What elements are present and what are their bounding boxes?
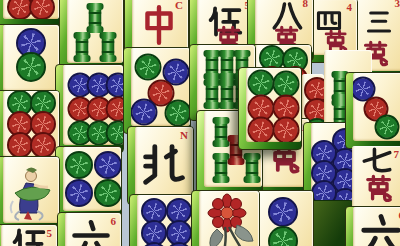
tile-face bbox=[257, 191, 313, 246]
mahjong-board: 56CN5176843 bbox=[0, 0, 400, 246]
glyph-中 bbox=[138, 4, 180, 46]
bamboo-stick-icon bbox=[221, 80, 234, 108]
circle-blue-icon bbox=[65, 179, 93, 207]
corner-label: 3 bbox=[395, 0, 400, 9]
tile-wan-6[interactable]: 6 bbox=[57, 212, 122, 246]
tile-circles-5[interactable] bbox=[123, 47, 191, 134]
circle-blue-icon bbox=[268, 197, 298, 227]
tile-wan-5[interactable]: 5 bbox=[0, 224, 58, 246]
circle-green-icon bbox=[16, 52, 46, 82]
tile-circles-8-cut-bottom[interactable] bbox=[129, 194, 194, 246]
circle-green-icon bbox=[135, 53, 162, 80]
glyph-萬 bbox=[363, 174, 395, 206]
glyph-北 bbox=[141, 142, 187, 188]
circle-blue-icon bbox=[94, 151, 121, 179]
circle-red-icon bbox=[29, 0, 55, 19]
tile-face bbox=[199, 191, 259, 246]
tile-wan-6[interactable]: 6 bbox=[345, 206, 400, 246]
tile-face bbox=[63, 65, 123, 145]
corner-label: 6 bbox=[111, 216, 117, 227]
bamboo-stick-icon bbox=[206, 80, 219, 108]
tile-bamboo-3[interactable] bbox=[59, 0, 124, 71]
corner-label: 7 bbox=[394, 149, 400, 160]
bamboo-stick-icon bbox=[215, 154, 228, 182]
corner-label: 8 bbox=[303, 0, 309, 9]
tile-face bbox=[63, 147, 121, 211]
tile-circles-6-raised[interactable] bbox=[238, 67, 302, 150]
tile-face bbox=[3, 0, 59, 19]
circle-blue-icon bbox=[131, 98, 157, 125]
glyph-六 bbox=[69, 219, 113, 246]
glyph-伍 bbox=[11, 225, 47, 246]
circle-green-icon bbox=[268, 226, 298, 246]
tile-face bbox=[3, 25, 59, 91]
corner-label: N bbox=[180, 130, 188, 141]
tile-face bbox=[3, 91, 59, 157]
bamboo-stick-icon bbox=[206, 51, 219, 79]
corner-label: C bbox=[175, 0, 183, 11]
bamboo-stick-icon bbox=[101, 33, 114, 61]
glyph-三 bbox=[364, 7, 394, 37]
tile-wan-7[interactable]: 7 bbox=[352, 146, 400, 212]
tile-circles-9[interactable] bbox=[55, 64, 124, 153]
tile-face bbox=[353, 73, 400, 141]
tile-face: 5 bbox=[1, 225, 57, 246]
bamboo-stick-icon bbox=[89, 4, 102, 32]
bamboo-stick-icon bbox=[221, 51, 234, 79]
bamboo-stick-icon bbox=[76, 33, 89, 61]
corner-label: 4 bbox=[347, 2, 353, 13]
tile-circles-3[interactable] bbox=[345, 72, 400, 149]
circle-red-icon bbox=[273, 117, 300, 142]
tile-face: 6 bbox=[353, 207, 400, 246]
tile-face bbox=[67, 0, 123, 63]
tile-circles-2[interactable] bbox=[0, 24, 60, 99]
circle-green-icon bbox=[106, 121, 123, 146]
tile-face: N bbox=[135, 127, 193, 197]
tile-flower-lady[interactable] bbox=[0, 156, 60, 231]
tile-circles-6-cut-top[interactable] bbox=[0, 0, 60, 27]
circle-red-icon bbox=[30, 132, 56, 157]
corner-label: 5 bbox=[47, 228, 53, 239]
glyph-六 bbox=[358, 213, 400, 246]
bamboo-stick-icon bbox=[245, 154, 258, 182]
circle-green-icon bbox=[273, 70, 300, 97]
bamboo-stick-icon bbox=[215, 118, 228, 146]
circle-blue-icon bbox=[106, 73, 123, 98]
circle-red-icon bbox=[247, 117, 274, 142]
tile-face bbox=[137, 195, 193, 246]
tile-face: 6 bbox=[65, 213, 121, 246]
tile-circles-6[interactable] bbox=[0, 90, 60, 165]
circle-green-icon bbox=[247, 69, 274, 96]
tile-face bbox=[3, 157, 59, 223]
circle-green-icon bbox=[65, 151, 93, 179]
circle-green-icon bbox=[94, 179, 121, 207]
tile-face bbox=[246, 68, 301, 142]
tile-face: 7 bbox=[352, 146, 400, 212]
circle-green-icon bbox=[165, 99, 190, 126]
circle-red-icon bbox=[106, 97, 123, 122]
tile-circles-4[interactable] bbox=[55, 146, 122, 219]
circle-green-icon bbox=[375, 114, 400, 139]
tile-face bbox=[131, 48, 190, 126]
tile-flower-chrysanthemum[interactable] bbox=[191, 190, 260, 246]
